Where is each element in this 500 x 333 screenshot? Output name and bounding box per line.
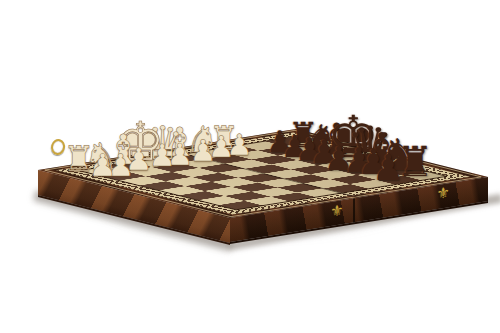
chess-piece-white-pawn: ♟: [107, 149, 135, 180]
chess-piece-black-pawn: ♟: [295, 134, 323, 165]
product-photo-scene: ⚜ ⚜ ♜♟♞♟♝♟♚♟♛♟♝♟♞♟♜♟♜♟♞♟♝♟♚♟♛♟♝♟♞♟♜♟: [0, 0, 500, 333]
pieces-layer: ♜♟♞♟♝♟♚♟♛♟♝♟♞♟♜♟♜♟♞♟♝♟♚♟♛♟♝♟♞♟♜♟: [0, 0, 500, 333]
chess-piece-black-pawn: ♟: [324, 141, 354, 174]
chess-piece-white-pawn: ♟: [125, 145, 152, 176]
chess-piece-black-pawn: ♟: [358, 145, 389, 180]
chess-piece-black-pawn: ♟: [267, 126, 294, 156]
chess-piece-black-pawn: ♟: [310, 136, 339, 168]
chess-piece-white-knight: ♞: [185, 121, 218, 157]
chess-piece-white-bishop: ♝: [105, 130, 142, 171]
chess-piece-black-rook: ♜: [397, 141, 434, 183]
chess-piece-black-knight: ♞: [303, 120, 338, 159]
chess-piece-white-queen: ♛: [142, 121, 183, 167]
chess-piece-white-pawn: ♟: [190, 136, 217, 166]
chess-piece-black-pawn: ♟: [343, 143, 373, 177]
chess-piece-white-pawn: ♟: [226, 131, 252, 160]
chess-piece-black-pawn: ♟: [281, 132, 308, 163]
chess-piece-white-bishop: ♝: [162, 122, 198, 162]
chess-piece-white-pawn: ♟: [148, 141, 175, 171]
chess-piece-white-king: ♚: [116, 115, 164, 168]
chess-piece-black-king: ♚: [327, 108, 379, 166]
chess-piece-black-queen: ♛: [347, 120, 393, 172]
chess-piece-black-pawn: ♟: [372, 151, 404, 187]
chess-piece-white-pawn: ♟: [89, 150, 117, 181]
chess-piece-white-knight: ♞: [84, 138, 118, 176]
chess-piece-white-pawn: ♟: [208, 132, 235, 162]
chess-piece-black-bishop: ♝: [317, 118, 356, 161]
chess-piece-black-knight: ♞: [379, 133, 418, 177]
chess-piece-black-bishop: ♝: [361, 127, 403, 174]
chess-piece-white-rook: ♜: [209, 123, 239, 156]
chess-piece-white-rook: ♜: [63, 141, 95, 177]
chess-piece-black-rook: ♜: [287, 117, 318, 152]
chess-piece-white-pawn: ♟: [167, 140, 194, 170]
